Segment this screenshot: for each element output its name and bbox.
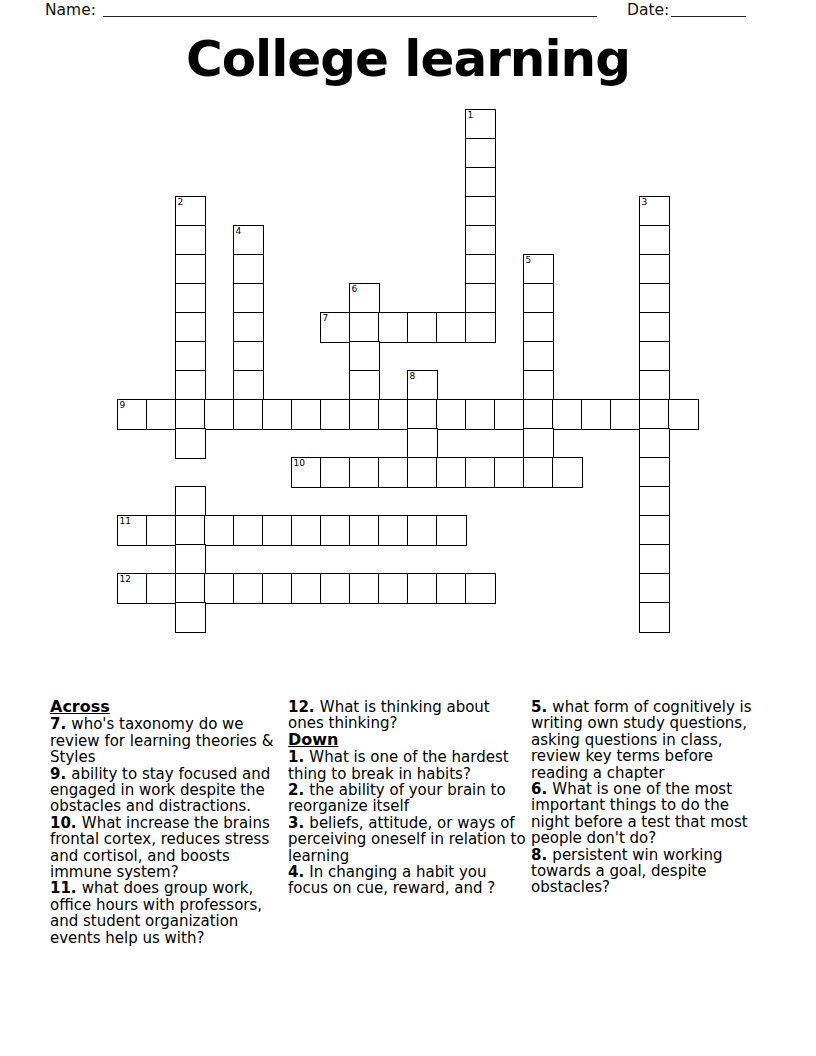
grid-cell-r12c18[interactable] [639,457,670,488]
clue-number-9: 9. [50,765,71,783]
grid-cell-r6c4[interactable] [233,283,264,314]
grid-cell-r10c10[interactable] [407,399,438,430]
grid-cell-r7c10[interactable] [407,312,438,343]
grid-cell-r14c9[interactable] [378,515,409,546]
grid-cell-r10c5[interactable] [262,399,293,430]
grid-cell-r12c11[interactable] [436,457,467,488]
worksheet-page: Name: Date: College learning 12345678910… [0,0,816,1056]
clue-number-5: 5. [531,698,552,716]
grid-cell-r9c14[interactable] [523,370,554,401]
down-heading: Down [288,732,529,748]
grid-cell-r14c2[interactable] [175,515,206,546]
grid-cell-r9c2[interactable] [175,370,206,401]
clue-6-down: 6. What is one of the most important thi… [531,781,771,847]
name-label: Name: [45,1,96,19]
grid-cell-r15c18[interactable] [639,544,670,575]
clue-number-12: 12. [288,698,320,716]
clue-9-across: 9. ability to stay focused and engaged i… [50,766,284,815]
grid-cell-r4c12[interactable] [465,225,496,256]
clue-number-3: 3. [288,814,309,832]
cell-number-10: 10 [294,459,305,468]
clue-2-down: 2. the ability of your brain to reorgani… [288,782,529,815]
grid-cell-r16c12[interactable] [465,573,496,604]
grid-cell-r9c18[interactable] [639,370,670,401]
across-heading: Across [50,699,284,715]
grid-cell-r14c10[interactable] [407,515,438,546]
grid-cell-r16c2[interactable] [175,573,206,604]
grid-cell-r11c2[interactable] [175,428,206,459]
grid-cell-r11c10[interactable] [407,428,438,459]
grid-cell-r8c4[interactable] [233,341,264,372]
grid-cell-r9c8[interactable] [349,370,380,401]
cell-number-7: 7 [323,314,329,323]
date-label: Date: [627,1,669,19]
clue-3-down: 3. beliefs, attitude, or ways of perceiv… [288,815,529,864]
grid-cell-r7c4[interactable] [233,312,264,343]
cell-number-11: 11 [120,517,131,526]
grid-cell-r8c8[interactable] [349,341,380,372]
clue-11-across: 11. what does group work, office hours w… [50,880,284,946]
grid-cell-r10c8[interactable] [349,399,380,430]
clue-number-4: 4. [288,863,309,881]
grid-cell-r10c16[interactable] [581,399,612,430]
cell-number-4: 4 [236,227,242,236]
grid-cell-r12c12[interactable] [465,457,496,488]
grid-cell-r7c11[interactable] [436,312,467,343]
grid-cell-r12c10[interactable] [407,457,438,488]
grid-cell-r14c11[interactable] [436,515,467,546]
grid-cell-r9c4[interactable] [233,370,264,401]
cell-number-6: 6 [352,285,358,294]
grid-cell-r16c3[interactable] [204,573,235,604]
grid-cell-r17c18[interactable] [639,602,670,633]
clue-number-7: 7. [50,715,71,733]
grid-cell-r14c7[interactable] [320,515,351,546]
clue-number-10: 10. [50,814,82,832]
grid-cell-r10c12[interactable] [465,399,496,430]
grid-cell-r14c1[interactable] [146,515,177,546]
grid-cell-r10c17[interactable] [610,399,641,430]
grid-cell-r16c1[interactable] [146,573,177,604]
clue-5-down: 5. what form of cognitively is writing o… [531,699,771,781]
grid-cell-r12c14[interactable] [523,457,554,488]
grid-cell-r16c4[interactable] [233,573,264,604]
grid-cell-r16c5[interactable] [262,573,293,604]
clue-number-6: 6. [531,780,552,798]
grid-cell-r10c1[interactable] [146,399,177,430]
cell-number-12: 12 [120,575,131,584]
cell-number-2: 2 [178,198,184,207]
grid-cell-r14c6[interactable] [291,515,322,546]
grid-cell-r7c14[interactable] [523,312,554,343]
grid-cell-r5c12[interactable] [465,254,496,285]
grid-cell-r10c19[interactable] [668,399,699,430]
clue-column-3: 5. what form of cognitively is writing o… [531,699,771,896]
puzzle-title: College learning [0,31,816,89]
grid-cell-r7c12[interactable] [465,312,496,343]
grid-cell-r16c9[interactable] [378,573,409,604]
clue-1-down: 1. What is one of the hardest thing to b… [288,749,529,782]
cell-number-3: 3 [642,198,648,207]
grid-cell-r10c3[interactable] [204,399,235,430]
grid-cell-r2c12[interactable] [465,167,496,198]
grid-cell-r17c2[interactable] [175,602,206,633]
grid-cell-r8c14[interactable] [523,341,554,372]
header: Name: Date: [0,0,816,24]
grid-cell-r16c10[interactable] [407,573,438,604]
clue-number-1: 1. [288,748,309,766]
grid-cell-r6c2[interactable] [175,283,206,314]
grid-cell-r10c18[interactable] [639,399,670,430]
grid-cell-r10c14[interactable] [523,399,554,430]
clue-column-1: Across7. who's taxonomy do we review for… [50,699,284,946]
grid-cell-r10c15[interactable] [552,399,583,430]
name-blank-line[interactable] [103,3,597,17]
grid-cell-r4c18[interactable] [639,225,670,256]
grid-cell-r12c8[interactable] [349,457,380,488]
grid-cell-r5c18[interactable] [639,254,670,285]
grid-cell-r16c8[interactable] [349,573,380,604]
grid-cell-r16c6[interactable] [291,573,322,604]
cell-number-1: 1 [468,111,474,120]
grid-cell-r13c18[interactable] [639,486,670,517]
grid-cell-r10c2[interactable] [175,399,206,430]
grid-cell-r7c18[interactable] [639,312,670,343]
grid-cell-r7c9[interactable] [378,312,409,343]
grid-cell-r12c9[interactable] [378,457,409,488]
clue-4-down: 4. In changing a habit you focus on cue,… [288,864,529,897]
clue-7-across: 7. who's taxonomy do we review for learn… [50,716,284,765]
grid-cell-r11c18[interactable] [639,428,670,459]
grid-cell-r12c15[interactable] [552,457,583,488]
cell-number-9: 9 [120,401,126,410]
grid-cell-r12c7[interactable] [320,457,351,488]
grid-cell-r10c6[interactable] [291,399,322,430]
grid-cell-r8c18[interactable] [639,341,670,372]
grid-cell-r10c9[interactable] [378,399,409,430]
grid-cell-r6c14[interactable] [523,283,554,314]
grid-cell-r4c2[interactable] [175,225,206,256]
grid-cell-r6c18[interactable] [639,283,670,314]
clue-number-11: 11. [50,879,82,897]
grid-cell-r14c5[interactable] [262,515,293,546]
grid-cell-r11c14[interactable] [523,428,554,459]
grid-cell-r13c2[interactable] [175,486,206,517]
grid-cell-r7c2[interactable] [175,312,206,343]
clue-12-across: 12. What is thinking about ones thinking… [288,699,529,732]
grid-cell-r16c18[interactable] [639,573,670,604]
clue-10-across: 10. What increase the brains frontal cor… [50,815,284,881]
cell-number-8: 8 [410,372,416,381]
grid-cell-r14c8[interactable] [349,515,380,546]
cell-number-5: 5 [526,256,532,265]
crossword-grid: 123456789101112 [117,109,699,633]
grid-cell-r16c7[interactable] [320,573,351,604]
clue-column-2: 12. What is thinking about ones thinking… [288,699,529,897]
grid-cell-r5c4[interactable] [233,254,264,285]
grid-cell-r14c18[interactable] [639,515,670,546]
clue-number-8: 8. [531,846,552,864]
grid-cell-r7c8[interactable] [349,312,380,343]
grid-cell-r10c7[interactable] [320,399,351,430]
grid-cell-r14c4[interactable] [233,515,264,546]
grid-cell-r1c12[interactable] [465,138,496,169]
grid-cell-r10c11[interactable] [436,399,467,430]
grid-cell-r6c12[interactable] [465,283,496,314]
grid-cell-r10c13[interactable] [494,399,525,430]
grid-cell-r3c12[interactable] [465,196,496,227]
grid-cell-r15c2[interactable] [175,544,206,575]
grid-cell-r10c4[interactable] [233,399,264,430]
grid-cell-r12c13[interactable] [494,457,525,488]
clue-number-2: 2. [288,781,309,799]
clue-8-down: 8. persistent win working towards a goal… [531,847,771,896]
grid-cell-r16c11[interactable] [436,573,467,604]
grid-cell-r8c2[interactable] [175,341,206,372]
grid-cell-r14c3[interactable] [204,515,235,546]
date-blank-line[interactable] [671,3,746,17]
grid-cell-r5c2[interactable] [175,254,206,285]
